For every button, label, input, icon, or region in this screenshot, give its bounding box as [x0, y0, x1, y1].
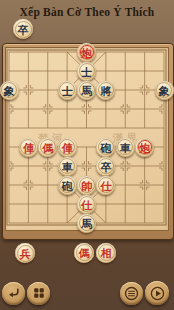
red-soldier[interactable]: 兵 [15, 243, 35, 263]
black-horse[interactable]: 馬 [77, 214, 96, 233]
black-elephant[interactable]: 象 [0, 81, 19, 100]
piece-character: 仕 [100, 180, 111, 191]
tray-top: 卒 [13, 19, 33, 39]
red-horse[interactable]: 傌 [74, 243, 94, 263]
screen: Xếp Bàn Cờ Theo Ý Thích 卒 楚河漢界 炮士象士馬將象俥傌… [0, 0, 174, 310]
red-chariot[interactable]: 俥 [58, 138, 77, 157]
black-chariot[interactable]: 車 [58, 157, 77, 176]
piece-character: 相 [101, 248, 112, 259]
piece-character: 帥 [81, 180, 92, 191]
red-horse[interactable]: 傌 [38, 138, 57, 157]
piece-tray-button[interactable] [27, 282, 50, 305]
piece-character: 卒 [18, 24, 29, 35]
menu-list-icon [124, 286, 139, 301]
red-advisor[interactable]: 仕 [77, 195, 96, 214]
menu-button[interactable] [120, 282, 143, 305]
piece-character: 車 [62, 161, 73, 172]
xiangqi-board: 楚河漢界 炮士象士馬將象俥傌俥砲車炮車卒砲帥仕仕馬 [2, 43, 174, 240]
black-cannon[interactable]: 砲 [58, 176, 77, 195]
piece-character: 傌 [42, 142, 53, 153]
red-cannon[interactable]: 炮 [135, 138, 154, 157]
piece-character: 馬 [81, 218, 92, 229]
piece-character: 象 [4, 85, 15, 96]
tray-slot: 兵 [15, 243, 35, 263]
play-button[interactable] [145, 281, 169, 305]
piece-character: 砲 [100, 142, 111, 153]
play-icon [150, 286, 165, 301]
red-chariot[interactable]: 俥 [19, 138, 38, 157]
grid-icon [32, 286, 46, 300]
red-advisor[interactable]: 仕 [96, 176, 115, 195]
red-general[interactable]: 帥 [77, 176, 96, 195]
black-advisor[interactable]: 士 [77, 62, 96, 81]
piece-character: 砲 [62, 180, 73, 191]
black-soldier[interactable]: 卒 [13, 19, 33, 39]
black-chariot[interactable]: 車 [116, 138, 135, 157]
piece-character: 卒 [100, 161, 111, 172]
piece-character: 士 [62, 85, 73, 96]
tray-slot: 傌 [74, 243, 94, 263]
piece-character: 將 [100, 85, 111, 96]
piece-character: 俥 [23, 142, 34, 153]
piece-character: 車 [120, 142, 131, 153]
piece-character: 炮 [81, 47, 92, 58]
black-elephant[interactable]: 象 [155, 81, 174, 100]
piece-character: 仕 [81, 199, 92, 210]
black-soldier[interactable]: 卒 [96, 157, 115, 176]
red-cannon[interactable]: 炮 [77, 43, 96, 62]
piece-character: 炮 [139, 142, 150, 153]
undo-arrow-icon [7, 286, 21, 300]
red-elephant[interactable]: 相 [96, 243, 116, 263]
undo-button[interactable] [2, 282, 25, 305]
black-general[interactable]: 將 [96, 81, 115, 100]
tray-slot: 相 [96, 243, 116, 263]
piece-character: 兵 [20, 248, 31, 259]
page-title: Xếp Bàn Cờ Theo Ý Thích [0, 6, 174, 18]
piece-character: 傌 [79, 248, 90, 259]
board-field[interactable]: 楚河漢界 炮士象士馬將象俥傌俥砲車炮車卒砲帥仕仕馬 [5, 47, 169, 231]
piece-character: 馬 [81, 85, 92, 96]
black-horse[interactable]: 馬 [77, 81, 96, 100]
piece-character: 俥 [62, 142, 73, 153]
piece-character: 象 [159, 85, 170, 96]
piece-character: 士 [81, 66, 92, 77]
black-cannon[interactable]: 砲 [96, 138, 115, 157]
black-advisor[interactable]: 士 [58, 81, 77, 100]
